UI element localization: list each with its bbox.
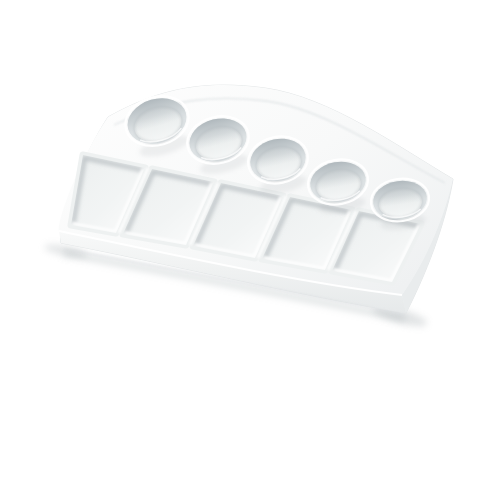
product-photo-stage [0,0,500,500]
palette-tray-illustration [0,0,500,500]
